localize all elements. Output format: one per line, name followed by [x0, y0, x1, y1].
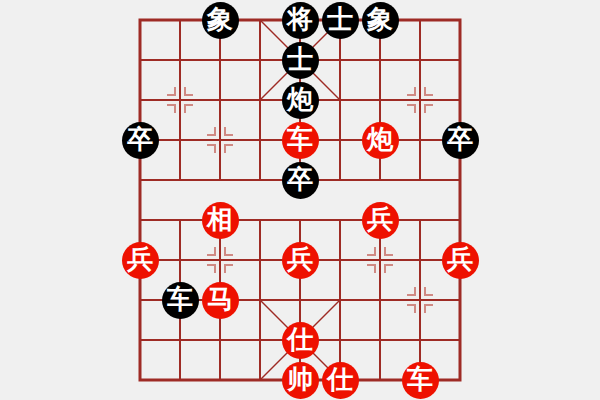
piece-red-pawn[interactable]: 兵	[362, 202, 399, 239]
xiangqi-app-screen: 象将士象士炮卒车炮卒卒相兵兵兵兵车马仕帅仕车	[0, 0, 600, 400]
piece-red-cannon[interactable]: 炮	[362, 122, 399, 159]
piece-red-pawn[interactable]: 兵	[282, 242, 319, 279]
piece-black-cannon[interactable]: 炮	[282, 82, 319, 119]
piece-black-elephant[interactable]: 象	[362, 2, 399, 39]
piece-red-king[interactable]: 帅	[282, 362, 319, 399]
piece-red-pawn[interactable]: 兵	[442, 242, 479, 279]
piece-red-rook[interactable]: 车	[402, 362, 439, 399]
piece-black-pawn[interactable]: 卒	[442, 122, 479, 159]
piece-red-advisor[interactable]: 仕	[322, 362, 359, 399]
piece-black-pawn[interactable]: 卒	[122, 122, 159, 159]
piece-red-advisor[interactable]: 仕	[282, 322, 319, 359]
piece-red-rook[interactable]: 车	[282, 122, 319, 159]
piece-black-elephant[interactable]: 象	[202, 2, 239, 39]
piece-black-pawn[interactable]: 卒	[282, 162, 319, 199]
piece-black-advisor[interactable]: 士	[282, 42, 319, 79]
piece-red-horse[interactable]: 马	[202, 282, 239, 319]
piece-black-king[interactable]: 将	[282, 2, 319, 39]
piece-black-advisor[interactable]: 士	[322, 2, 359, 39]
piece-red-pawn[interactable]: 兵	[122, 242, 159, 279]
board-pieces: 象将士象士炮卒车炮卒卒相兵兵兵兵车马仕帅仕车	[120, 0, 480, 400]
piece-red-elephant[interactable]: 相	[202, 202, 239, 239]
piece-black-rook[interactable]: 车	[162, 282, 199, 319]
